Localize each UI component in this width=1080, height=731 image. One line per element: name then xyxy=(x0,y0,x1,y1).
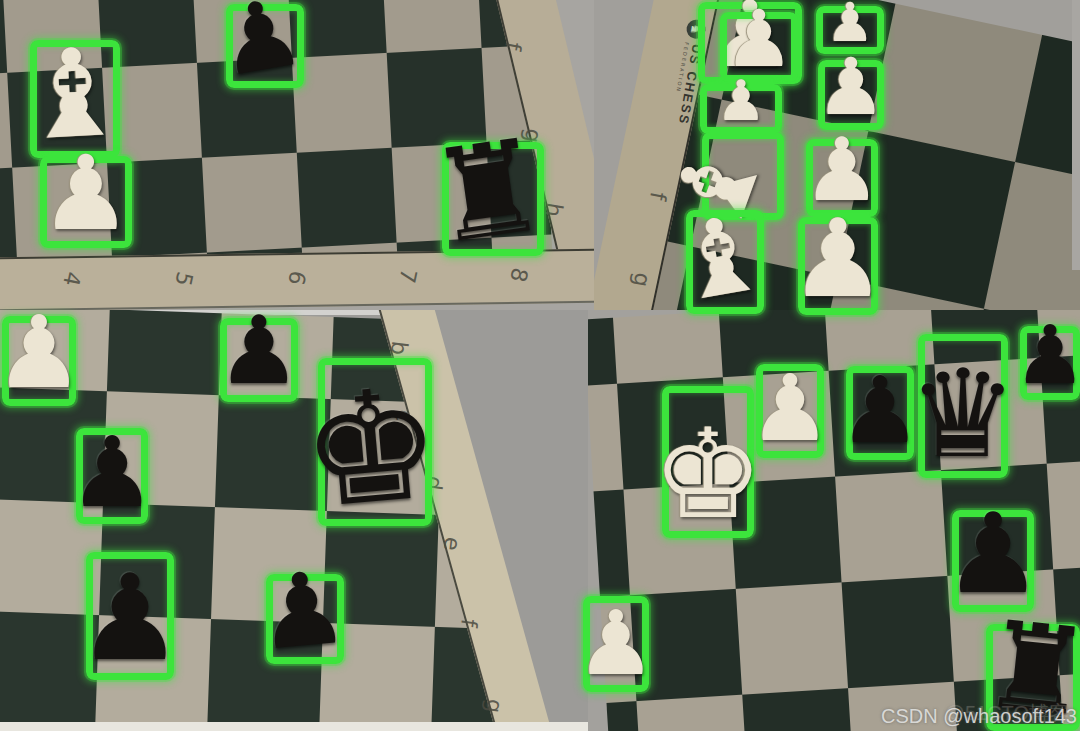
photo-top-right: ♞ US CHESS FEDERATION fg xyxy=(594,0,1080,310)
us-chess-knight-icon: ♞ xyxy=(686,18,708,40)
chessboard-bottom-right xyxy=(588,310,1080,731)
board-margin-bottom xyxy=(0,249,594,310)
photo-bottom-right xyxy=(588,310,1080,731)
mat-edge-strip xyxy=(0,722,590,731)
watermark-text: CSDN @whaosoft143 xyxy=(881,705,1077,727)
watermark: @51CTO博客 CSDN @whaosoft143 xyxy=(881,705,1077,728)
photo-top-left: 45678fgh xyxy=(0,0,594,310)
photo-bottom-left: bcdefg xyxy=(0,310,594,731)
table-edge-strip xyxy=(1072,0,1080,270)
detection-mosaic: 45678fgh ♞ US CHESS FEDERATION fg bcdefg… xyxy=(0,0,1080,731)
